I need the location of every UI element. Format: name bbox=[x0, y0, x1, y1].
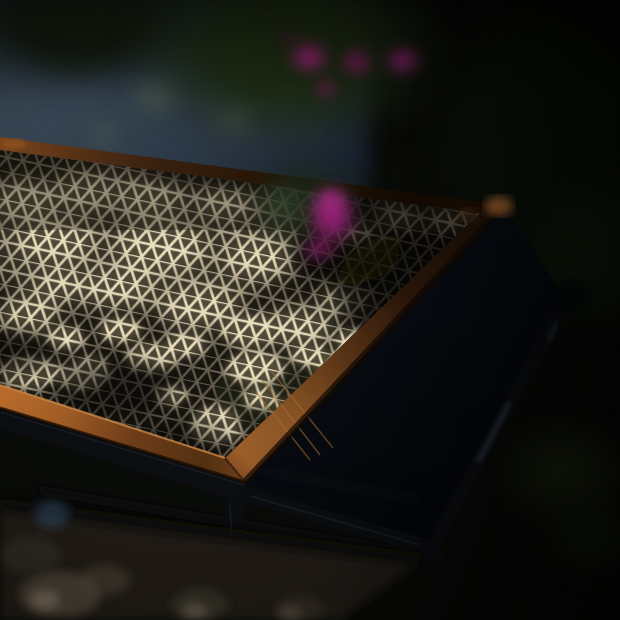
photo-scene bbox=[0, 0, 620, 620]
vignette-overlay bbox=[0, 0, 620, 620]
